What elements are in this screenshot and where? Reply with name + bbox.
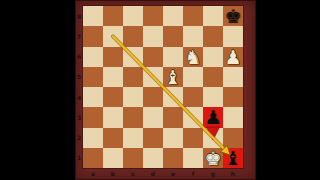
square-e2[interactable] <box>163 128 183 148</box>
square-b5[interactable] <box>103 67 123 87</box>
square-c8[interactable] <box>123 6 143 26</box>
file-label-f: f <box>183 168 203 179</box>
square-h3[interactable] <box>223 107 243 127</box>
square-c1[interactable] <box>123 148 143 168</box>
square-e4[interactable] <box>163 87 183 107</box>
square-h2[interactable] <box>223 128 243 148</box>
file-labels: abcdefgh <box>83 168 243 179</box>
file-label-h: h <box>223 168 243 179</box>
rank-label-1: 1 <box>75 148 83 168</box>
square-c7[interactable] <box>123 26 143 46</box>
square-a2[interactable] <box>83 128 103 148</box>
square-g3[interactable]: ♟ <box>203 107 223 127</box>
square-b2[interactable] <box>103 128 123 148</box>
square-a3[interactable] <box>83 107 103 127</box>
square-e7[interactable] <box>163 26 183 46</box>
square-f6[interactable]: ♞ <box>183 47 203 67</box>
square-f8[interactable] <box>183 6 203 26</box>
square-d1[interactable] <box>143 148 163 168</box>
rank-label-5: 5 <box>75 67 83 87</box>
square-c6[interactable] <box>123 47 143 67</box>
chess-board: 87654321 abcdefgh ♚♞♟♝♟♚♝ <box>75 0 256 180</box>
square-d6[interactable] <box>143 47 163 67</box>
square-g1[interactable]: ♚ <box>203 148 223 168</box>
square-f1[interactable] <box>183 148 203 168</box>
square-f2[interactable] <box>183 128 203 148</box>
square-d4[interactable] <box>143 87 163 107</box>
square-b7[interactable] <box>103 26 123 46</box>
square-e5[interactable]: ♝ <box>163 67 183 87</box>
square-c4[interactable] <box>123 87 143 107</box>
square-f4[interactable] <box>183 87 203 107</box>
square-d5[interactable] <box>143 67 163 87</box>
rank-label-2: 2 <box>75 128 83 148</box>
square-d3[interactable] <box>143 107 163 127</box>
square-b1[interactable] <box>103 148 123 168</box>
square-h1[interactable]: ♝ <box>223 148 243 168</box>
square-g5[interactable] <box>203 67 223 87</box>
square-f5[interactable] <box>183 67 203 87</box>
square-e3[interactable] <box>163 107 183 127</box>
square-a7[interactable] <box>83 26 103 46</box>
square-g4[interactable] <box>203 87 223 107</box>
square-h6[interactable]: ♟ <box>223 47 243 67</box>
square-d7[interactable] <box>143 26 163 46</box>
square-c2[interactable] <box>123 128 143 148</box>
video-frame: 87654321 abcdefgh ♚♞♟♝♟♚♝ <box>0 0 320 180</box>
black-king[interactable]: ♚ <box>224 6 241 26</box>
square-e8[interactable] <box>163 6 183 26</box>
black-pawn[interactable]: ♟ <box>204 107 221 127</box>
rank-label-7: 7 <box>75 26 83 46</box>
white-bishop[interactable]: ♝ <box>164 66 181 86</box>
square-h4[interactable] <box>223 87 243 107</box>
board-grid: ♚♞♟♝♟♚♝ <box>83 6 243 168</box>
file-label-d: d <box>143 168 163 179</box>
square-f3[interactable] <box>183 107 203 127</box>
square-d8[interactable] <box>143 6 163 26</box>
square-f7[interactable] <box>183 26 203 46</box>
file-label-e: e <box>163 168 183 179</box>
square-h8[interactable]: ♚ <box>223 6 243 26</box>
square-g7[interactable] <box>203 26 223 46</box>
square-a1[interactable] <box>83 148 103 168</box>
black-bishop[interactable]: ♝ <box>224 147 241 167</box>
square-a8[interactable] <box>83 6 103 26</box>
square-b8[interactable] <box>103 6 123 26</box>
white-king[interactable]: ♚ <box>204 147 221 167</box>
rank-label-3: 3 <box>75 107 83 127</box>
rank-labels: 87654321 <box>75 6 83 168</box>
square-d2[interactable] <box>143 128 163 148</box>
white-pawn[interactable]: ♟ <box>224 46 241 66</box>
square-b4[interactable] <box>103 87 123 107</box>
file-label-a: a <box>83 168 103 179</box>
square-h7[interactable] <box>223 26 243 46</box>
square-g2[interactable] <box>203 128 223 148</box>
rank-label-4: 4 <box>75 87 83 107</box>
square-a4[interactable] <box>83 87 103 107</box>
square-b3[interactable] <box>103 107 123 127</box>
square-g8[interactable] <box>203 6 223 26</box>
square-e1[interactable] <box>163 148 183 168</box>
rank-label-8: 8 <box>75 6 83 26</box>
square-a5[interactable] <box>83 67 103 87</box>
file-label-g: g <box>203 168 223 179</box>
square-g6[interactable] <box>203 47 223 67</box>
file-label-b: b <box>103 168 123 179</box>
square-c3[interactable] <box>123 107 143 127</box>
rank-label-6: 6 <box>75 47 83 67</box>
square-a6[interactable] <box>83 47 103 67</box>
file-label-c: c <box>123 168 143 179</box>
square-c5[interactable] <box>123 67 143 87</box>
square-b6[interactable] <box>103 47 123 67</box>
square-e6[interactable] <box>163 47 183 67</box>
white-knight[interactable]: ♞ <box>184 46 201 66</box>
square-h5[interactable] <box>223 67 243 87</box>
